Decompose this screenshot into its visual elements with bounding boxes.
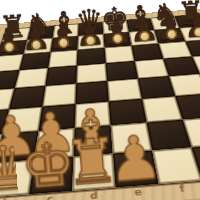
square-e3 <box>109 99 147 125</box>
square-h7: ♟ <box>180 26 200 41</box>
square-d2: ♝ <box>74 125 113 156</box>
piece-white-pawn: ♟ <box>0 109 39 165</box>
piece-black-queen: ♛ <box>74 5 104 37</box>
square-b1: ♛ <box>0 160 34 198</box>
square-f7: ♟ <box>129 30 159 46</box>
square-e8: ♚ <box>102 20 128 34</box>
square-c6 <box>48 50 77 68</box>
square-d8: ♛ <box>78 22 103 36</box>
square-f6 <box>131 44 163 61</box>
piece-black-bishop: ♝ <box>125 1 155 33</box>
square-c8: ♝ <box>53 24 79 38</box>
chess-board: ♜♞♝♛♚♝♞♜♟♟♟♟♟♟♟♟♟♟♝♛♚♜♟ abcdefgh 1234567… <box>0 9 200 200</box>
board-perspective-wrap: ♜♞♝♛♚♝♞♜♟♟♟♟♟♟♟♟♟♟♝♛♚♜♟ abcdefgh 1234567… <box>0 0 200 200</box>
square-d5 <box>76 63 107 83</box>
piece-black-pawn: ♟ <box>155 11 187 45</box>
square-a4 <box>0 88 15 112</box>
square-e4 <box>107 79 142 102</box>
square-e7: ♟ <box>103 32 131 48</box>
piece-black-pawn: ♟ <box>101 15 133 49</box>
piece-black-bishop: ♝ <box>49 7 79 39</box>
square-d4 <box>75 81 108 104</box>
square-f4 <box>138 76 175 99</box>
square-b5 <box>15 68 49 88</box>
square-c7: ♟ <box>51 36 79 52</box>
square-f3 <box>142 96 183 122</box>
piece-black-knight: ♞ <box>24 9 54 41</box>
square-b8: ♞ <box>27 26 54 40</box>
piece-white-bishop: ♝ <box>65 103 118 159</box>
square-g8: ♞ <box>150 16 179 30</box>
file-label-e: e <box>116 185 162 200</box>
square-b3 <box>3 107 43 134</box>
square-a5 <box>0 70 19 91</box>
square-c3 <box>39 104 76 131</box>
square-h8: ♜ <box>174 14 200 28</box>
piece-black-rook: ♜ <box>176 0 200 29</box>
piece-black-pawn: ♟ <box>74 17 106 51</box>
square-f5 <box>135 59 169 79</box>
piece-black-knight: ♞ <box>151 0 181 31</box>
square-e2 <box>111 122 153 153</box>
square-c1: ♚ <box>29 157 74 195</box>
piece-black-pawn: ♟ <box>20 21 52 55</box>
square-f2 <box>147 120 192 151</box>
square-a6 <box>0 54 24 72</box>
square-a7: ♟ <box>0 40 27 56</box>
board-squares: ♜♞♝♛♚♝♞♜♟♟♟♟♟♟♟♟♟♟♝♛♚♜♟ <box>0 14 200 200</box>
square-b2: ♟ <box>0 131 39 163</box>
square-b7: ♟ <box>24 38 53 54</box>
square-c2: ♟ <box>34 128 74 160</box>
square-g5 <box>163 56 199 76</box>
square-e6 <box>105 46 135 64</box>
square-h5 <box>192 54 200 73</box>
square-d1: ♜ <box>72 154 115 191</box>
square-d7: ♟ <box>78 34 105 50</box>
square-b6 <box>19 52 50 70</box>
square-b4 <box>9 86 45 109</box>
piece-black-rook: ♜ <box>0 11 28 43</box>
piece-black-pawn: ♟ <box>182 9 200 43</box>
file-label-f: f <box>159 182 200 199</box>
square-g7: ♟ <box>154 28 185 43</box>
square-d6 <box>77 48 106 66</box>
piece-black-pawn: ♟ <box>47 19 79 53</box>
square-g4 <box>169 74 200 97</box>
square-e1: ♟ <box>113 150 159 187</box>
piece-black-pawn: ♟ <box>0 23 25 57</box>
square-e5 <box>106 61 138 81</box>
square-f8: ♝ <box>126 18 154 32</box>
square-h6 <box>185 39 200 56</box>
piece-black-king: ♚ <box>100 3 130 35</box>
square-a8: ♜ <box>2 28 31 42</box>
square-g6 <box>158 41 192 58</box>
chess-set-photo: ♜♞♝♛♚♝♞♜♟♟♟♟♟♟♟♟♟♟♝♛♚♜♟ abcdefgh 1234567… <box>0 0 200 200</box>
square-c5 <box>45 66 77 86</box>
square-g3 <box>175 94 200 120</box>
square-c4 <box>42 83 76 106</box>
square-d3 <box>75 101 111 128</box>
piece-black-pawn: ♟ <box>128 13 160 47</box>
